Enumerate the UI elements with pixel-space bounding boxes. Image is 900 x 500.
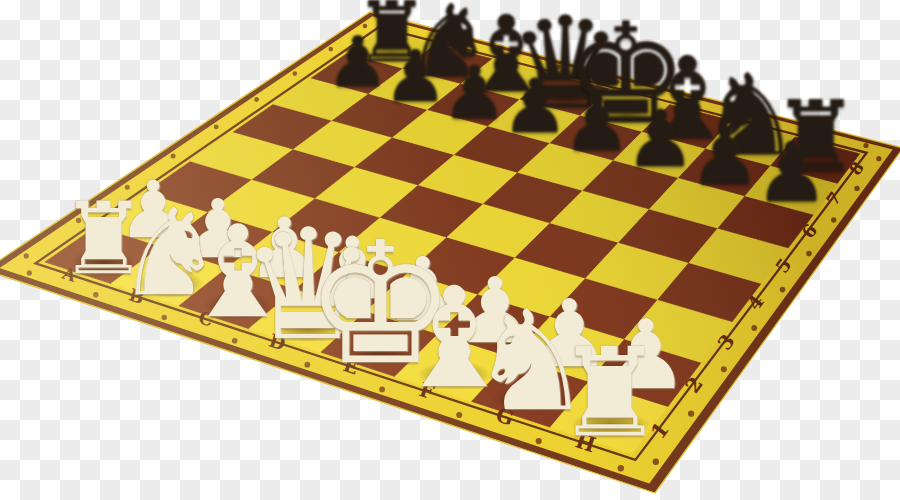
chess-photo-stage: ABCDEFGH12345678 ♜♞♟♝♟♛♟♚♟♝♟♞♟♜♟♟♟♟♜♟♞♟♝… — [0, 0, 900, 500]
lighting-overlay — [0, 12, 900, 493]
chess-board: ABCDEFGH12345678 — [0, 0, 900, 500]
